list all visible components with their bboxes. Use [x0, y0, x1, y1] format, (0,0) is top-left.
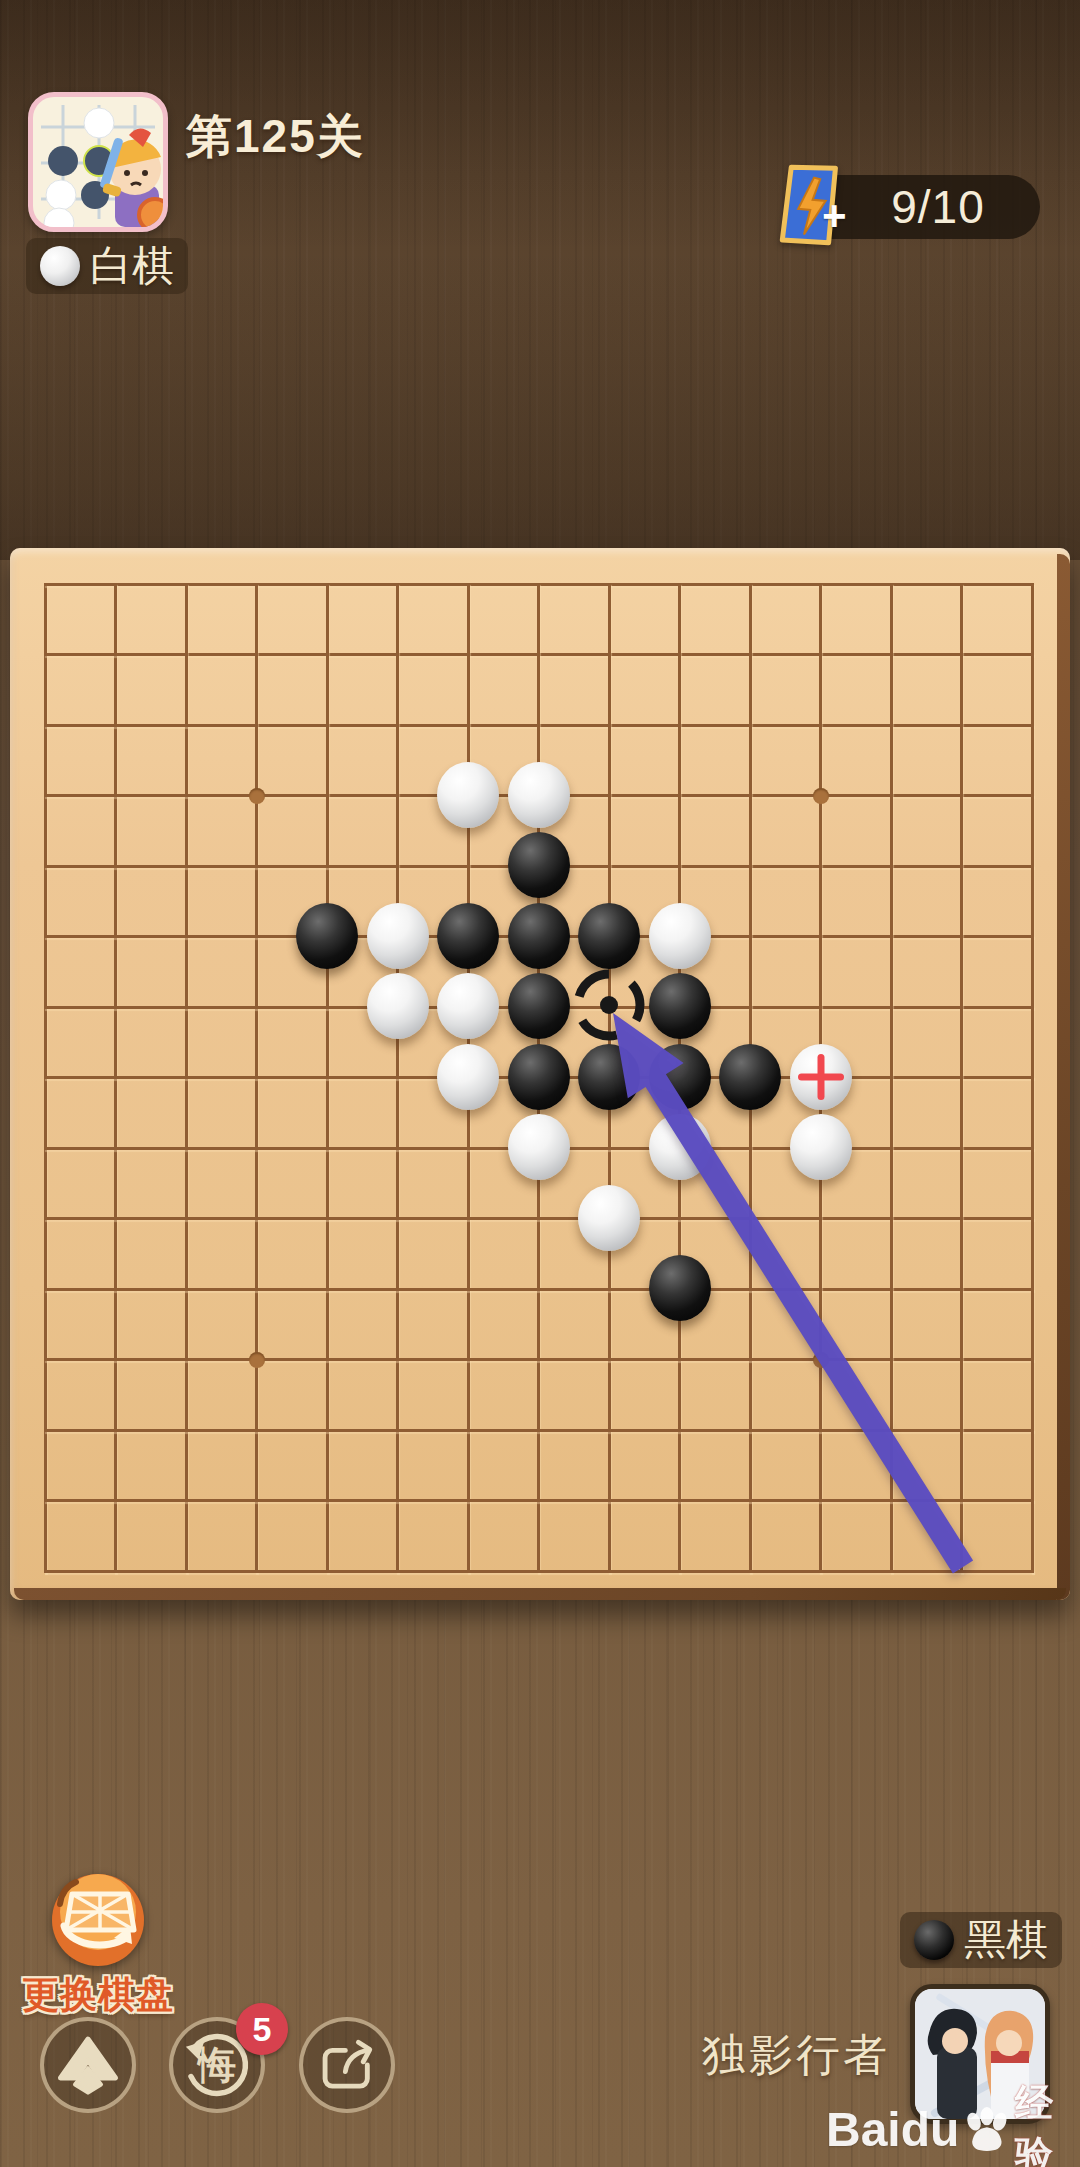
baidu-paw-icon [963, 2103, 1011, 2155]
watermark-suffix: 经验 [1015, 2078, 1080, 2167]
black-side-badge: 黑棋 [900, 1912, 1062, 1968]
undo-label: 悔 [198, 2040, 236, 2091]
knight-character [99, 128, 163, 227]
rank-button[interactable] [40, 2017, 136, 2113]
white-side-badge: 白棋 [26, 238, 188, 294]
change-board-label: 更换棋盘 [8, 1970, 188, 2020]
black-stone-icon [914, 1920, 954, 1960]
board-bevel-bottom [14, 1588, 1066, 1600]
white-side-label: 白棋 [90, 238, 174, 294]
baidu-watermark: Baidu 经验 jingyan.baidu.com [826, 2078, 1080, 2167]
black-side-label: 黑棋 [964, 1912, 1048, 1968]
share-button[interactable] [299, 2017, 395, 2113]
mountain-icon [49, 2026, 127, 2104]
undo-count-badge: 5 [236, 2003, 288, 2055]
player-name: 独影行者 [560, 2026, 890, 2085]
level-title: 第125关 [186, 106, 365, 168]
app-icon[interactable] [28, 92, 168, 232]
change-board-icon [46, 1868, 150, 1972]
share-icon [308, 2026, 386, 2104]
board-bevel-right [1057, 554, 1070, 1600]
change-board-button[interactable]: 更换棋盘 [8, 1868, 188, 2020]
gomoku-app-art [33, 97, 163, 227]
gomoku-board[interactable] [10, 548, 1070, 1600]
energy-plus-icon: + [822, 192, 847, 240]
white-stone-icon [40, 246, 80, 286]
watermark-brand: Baidu [826, 2102, 959, 2157]
energy-value: 9/10 [843, 180, 985, 234]
